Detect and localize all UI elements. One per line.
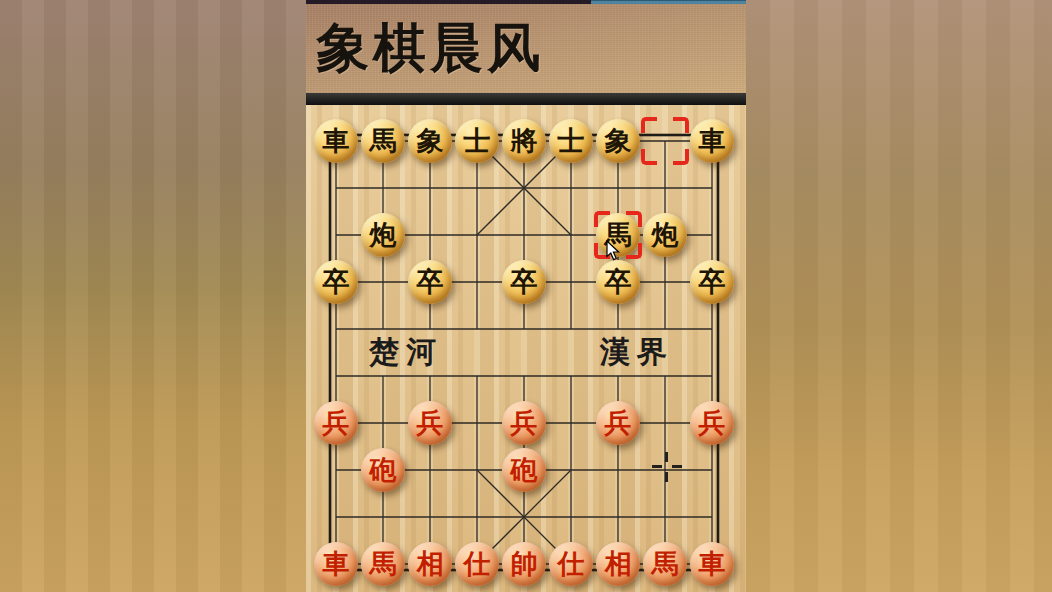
piece-bB[interactable]: 象: [408, 119, 452, 163]
board-point[interactable]: [313, 165, 360, 212]
board-point[interactable]: 兵: [689, 400, 736, 447]
board-point[interactable]: [313, 353, 360, 400]
piece-bA[interactable]: 士: [455, 119, 499, 163]
board-point[interactable]: [313, 447, 360, 494]
board-point[interactable]: 卒: [313, 259, 360, 306]
phone-panel: 象棋晨风 楚河 漢界 車馬象士將士象車炮馬炮卒卒卒卒卒兵兵兵兵兵砲砲車馬相仕帥仕…: [306, 0, 746, 592]
board-point[interactable]: 砲: [360, 447, 407, 494]
board-point[interactable]: [548, 212, 595, 259]
board-point[interactable]: 士: [548, 118, 595, 165]
board-point[interactable]: [360, 494, 407, 541]
board-point[interactable]: [360, 353, 407, 400]
board-point[interactable]: 卒: [501, 259, 548, 306]
board-point[interactable]: [501, 494, 548, 541]
board-point[interactable]: 相: [595, 541, 642, 588]
piece-rP[interactable]: 兵: [502, 401, 546, 445]
board-point[interactable]: 士: [454, 118, 501, 165]
board-point[interactable]: [360, 400, 407, 447]
board-point[interactable]: [689, 306, 736, 353]
board-point[interactable]: [548, 353, 595, 400]
piece-bR[interactable]: 車: [690, 119, 734, 163]
board-point[interactable]: [454, 165, 501, 212]
piece-rR[interactable]: 車: [690, 542, 734, 586]
board-point[interactable]: 兵: [407, 400, 454, 447]
board-point[interactable]: [548, 259, 595, 306]
board-point[interactable]: [642, 259, 689, 306]
board-point[interactable]: 兵: [595, 400, 642, 447]
piece-rN[interactable]: 馬: [643, 542, 687, 586]
board-point[interactable]: [407, 494, 454, 541]
board-point[interactable]: [501, 306, 548, 353]
board-point[interactable]: [313, 212, 360, 259]
piece-bC[interactable]: 炮: [643, 213, 687, 257]
piece-bB[interactable]: 象: [596, 119, 640, 163]
board-point[interactable]: [407, 447, 454, 494]
board-point[interactable]: [360, 165, 407, 212]
board-point[interactable]: 卒: [407, 259, 454, 306]
board-point[interactable]: [642, 306, 689, 353]
piece-rN[interactable]: 馬: [361, 542, 405, 586]
board-point[interactable]: [642, 353, 689, 400]
board-point[interactable]: [454, 306, 501, 353]
piece-bN[interactable]: 馬: [596, 213, 640, 257]
piece-bR[interactable]: 車: [314, 119, 358, 163]
piece-rR[interactable]: 車: [314, 542, 358, 586]
board-point[interactable]: [548, 400, 595, 447]
board-point[interactable]: [501, 212, 548, 259]
board-point[interactable]: 帥: [501, 541, 548, 588]
piece-bA[interactable]: 士: [549, 119, 593, 163]
board-point[interactable]: 兵: [313, 400, 360, 447]
board-point[interactable]: [407, 353, 454, 400]
board-point[interactable]: [407, 165, 454, 212]
board-point[interactable]: 炮: [360, 212, 407, 259]
board-point[interactable]: [548, 165, 595, 212]
board-point[interactable]: [642, 447, 689, 494]
piece-bK[interactable]: 將: [502, 119, 546, 163]
background-left-blur: [0, 0, 306, 592]
board-point[interactable]: 馬: [595, 212, 642, 259]
piece-bC[interactable]: 炮: [361, 213, 405, 257]
piece-rK[interactable]: 帥: [502, 542, 546, 586]
board-point[interactable]: 砲: [501, 447, 548, 494]
board-point[interactable]: 車: [689, 541, 736, 588]
piece-rB[interactable]: 相: [408, 542, 452, 586]
board-grid: 車馬象士將士象車炮馬炮卒卒卒卒卒兵兵兵兵兵砲砲車馬相仕帥仕相馬車: [313, 118, 736, 588]
piece-rP[interactable]: 兵: [314, 401, 358, 445]
piece-rA[interactable]: 仕: [549, 542, 593, 586]
board-point[interactable]: 炮: [642, 212, 689, 259]
board-point[interactable]: [360, 259, 407, 306]
board-point[interactable]: [642, 165, 689, 212]
board-point[interactable]: [595, 165, 642, 212]
piece-bP[interactable]: 卒: [596, 260, 640, 304]
board-point[interactable]: 仕: [548, 541, 595, 588]
board-point[interactable]: [642, 118, 689, 165]
piece-rC[interactable]: 砲: [361, 448, 405, 492]
board-point[interactable]: [313, 494, 360, 541]
board-point[interactable]: [501, 353, 548, 400]
board-point[interactable]: 馬: [360, 541, 407, 588]
board-point[interactable]: [689, 212, 736, 259]
board-point[interactable]: 象: [595, 118, 642, 165]
board-point[interactable]: 仕: [454, 541, 501, 588]
board-point[interactable]: [642, 400, 689, 447]
board-point[interactable]: 兵: [501, 400, 548, 447]
board-point[interactable]: [454, 400, 501, 447]
board-point[interactable]: 馬: [642, 541, 689, 588]
piece-rP[interactable]: 兵: [690, 401, 734, 445]
board-point[interactable]: [454, 494, 501, 541]
screenshot-stage: 象棋晨风 楚河 漢界 車馬象士將士象車炮馬炮卒卒卒卒卒兵兵兵兵兵砲砲車馬相仕帥仕…: [0, 0, 1052, 592]
board-point[interactable]: 卒: [595, 259, 642, 306]
board-point[interactable]: 象: [407, 118, 454, 165]
app-title: 象棋晨风: [306, 22, 544, 75]
piece-rP[interactable]: 兵: [408, 401, 452, 445]
board-point[interactable]: [689, 165, 736, 212]
board-point[interactable]: [313, 306, 360, 353]
app-title-bar: 象棋晨风: [306, 4, 746, 93]
piece-bP[interactable]: 卒: [314, 260, 358, 304]
piece-rB[interactable]: 相: [596, 542, 640, 586]
board-point[interactable]: 相: [407, 541, 454, 588]
board-point[interactable]: 馬: [360, 118, 407, 165]
piece-rC[interactable]: 砲: [502, 448, 546, 492]
board-point[interactable]: [595, 353, 642, 400]
background-right-blur: [746, 0, 1052, 592]
board-point[interactable]: 車: [689, 118, 736, 165]
board-point[interactable]: 將: [501, 118, 548, 165]
piece-bP[interactable]: 卒: [690, 260, 734, 304]
board-point[interactable]: [595, 494, 642, 541]
board-point[interactable]: 車: [313, 541, 360, 588]
piece-rP[interactable]: 兵: [596, 401, 640, 445]
xiangqi-board: 楚河 漢界 車馬象士將士象車炮馬炮卒卒卒卒卒兵兵兵兵兵砲砲車馬相仕帥仕相馬車: [306, 105, 746, 592]
board-point[interactable]: 卒: [689, 259, 736, 306]
board-point[interactable]: [595, 306, 642, 353]
piece-bP[interactable]: 卒: [502, 260, 546, 304]
board-point[interactable]: [595, 447, 642, 494]
board-point[interactable]: [454, 212, 501, 259]
board-point[interactable]: [548, 306, 595, 353]
board-point[interactable]: [407, 306, 454, 353]
title-separator-bar: [306, 93, 746, 105]
board-point[interactable]: [501, 165, 548, 212]
board-point[interactable]: [407, 212, 454, 259]
board-point[interactable]: [689, 353, 736, 400]
board-point[interactable]: [360, 306, 407, 353]
board-point[interactable]: [454, 353, 501, 400]
piece-rA[interactable]: 仕: [455, 542, 499, 586]
board-point[interactable]: [548, 447, 595, 494]
piece-bN[interactable]: 馬: [361, 119, 405, 163]
board-point[interactable]: [642, 494, 689, 541]
board-point[interactable]: [689, 447, 736, 494]
board-point[interactable]: [454, 447, 501, 494]
piece-bP[interactable]: 卒: [408, 260, 452, 304]
board-point[interactable]: [548, 494, 595, 541]
board-point[interactable]: [689, 494, 736, 541]
board-point[interactable]: [454, 259, 501, 306]
board-point[interactable]: 車: [313, 118, 360, 165]
